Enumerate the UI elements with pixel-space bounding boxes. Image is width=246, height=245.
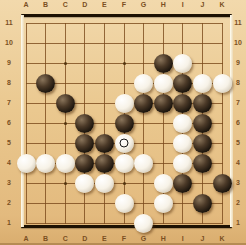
coord-label-top: J [195,1,209,9]
coord-label-left: 9 [2,59,16,67]
coord-label-left: 8 [2,79,16,87]
coord-label-bottom: H [156,235,170,243]
coord-label-right: 4 [231,159,245,167]
coord-label-right: 6 [231,119,245,127]
coord-label-top: G [137,1,151,9]
coord-label-right: 5 [231,139,245,147]
coord-label-top: F [117,1,131,9]
coord-label-left: 3 [2,179,16,187]
coord-label-bottom: J [195,235,209,243]
coord-label-right: 10 [231,39,245,47]
coord-label-left: 1 [2,219,16,227]
coord-label-right: 9 [231,59,245,67]
coord-label-bottom: D [78,235,92,243]
coord-label-bottom: A [19,235,33,243]
coord-label-top: A [19,1,33,9]
board-surface: AABBCCDDEEFFGGHHIIJJKK111110109988776655… [0,0,246,245]
coord-label-right: 3 [231,179,245,187]
coord-label-left: 11 [2,19,16,27]
coord-label-top: E [97,1,111,9]
coord-label-left: 5 [2,139,16,147]
coord-label-bottom: E [97,235,111,243]
coord-label-bottom: G [137,235,151,243]
coord-label-left: 6 [2,119,16,127]
coord-label-right: 7 [231,99,245,107]
coordinate-labels: AABBCCDDEEFFGGHHIIJJKK111110109988776655… [0,0,246,245]
coord-label-left: 10 [2,39,16,47]
coord-label-right: 2 [231,199,245,207]
go-board-photo: AABBCCDDEEFFGGHHIIJJKK111110109988776655… [0,0,246,245]
coord-label-top: I [176,1,190,9]
coord-label-left: 4 [2,159,16,167]
coord-label-left: 7 [2,99,16,107]
coord-label-bottom: C [58,235,72,243]
coord-label-top: H [156,1,170,9]
coord-label-right: 11 [231,19,245,27]
coord-label-top: D [78,1,92,9]
coord-label-bottom: K [215,235,229,243]
coord-label-right: 1 [231,219,245,227]
coord-label-right: 8 [231,79,245,87]
coord-label-bottom: I [176,235,190,243]
coord-label-top: C [58,1,72,9]
coord-label-left: 2 [2,199,16,207]
coord-label-top: B [39,1,53,9]
coord-label-bottom: F [117,235,131,243]
coord-label-bottom: B [39,235,53,243]
coord-label-top: K [215,1,229,9]
